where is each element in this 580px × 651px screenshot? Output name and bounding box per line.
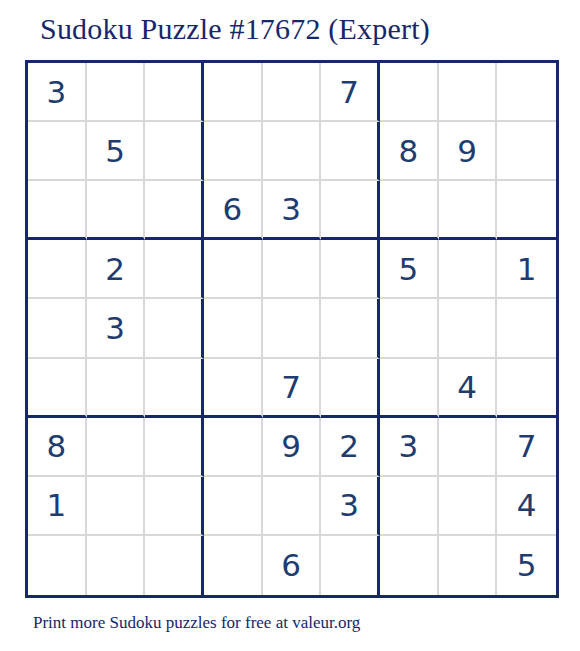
cell-r8c6[interactable]: 3 bbox=[321, 477, 380, 536]
cell-r4c5[interactable] bbox=[263, 240, 322, 299]
cell-r8c3[interactable] bbox=[145, 477, 204, 536]
cell-r1c8[interactable] bbox=[439, 63, 498, 122]
cell-r3c3[interactable] bbox=[145, 181, 204, 240]
cell-r4c2[interactable]: 2 bbox=[87, 240, 146, 299]
cell-r5c1[interactable] bbox=[28, 299, 87, 358]
cell-r1c4[interactable] bbox=[204, 63, 263, 122]
cell-r8c7[interactable] bbox=[380, 477, 439, 536]
cell-r6c5[interactable]: 7 bbox=[263, 359, 322, 418]
cell-r7c3[interactable] bbox=[145, 418, 204, 477]
cell-r5c4[interactable] bbox=[204, 299, 263, 358]
cell-r4c9[interactable]: 1 bbox=[497, 240, 556, 299]
cell-r7c5[interactable]: 9 bbox=[263, 418, 322, 477]
cell-r9c7[interactable] bbox=[380, 536, 439, 595]
cell-r6c2[interactable] bbox=[87, 359, 146, 418]
cell-r7c1[interactable]: 8 bbox=[28, 418, 87, 477]
cell-r5c8[interactable] bbox=[439, 299, 498, 358]
cell-r3c8[interactable] bbox=[439, 181, 498, 240]
cell-r3c2[interactable] bbox=[87, 181, 146, 240]
cell-r3c9[interactable] bbox=[497, 181, 556, 240]
cell-r3c1[interactable] bbox=[28, 181, 87, 240]
cell-r9c2[interactable] bbox=[87, 536, 146, 595]
cell-r4c4[interactable] bbox=[204, 240, 263, 299]
cell-r2c2[interactable]: 5 bbox=[87, 122, 146, 181]
cell-r9c5[interactable]: 6 bbox=[263, 536, 322, 595]
cell-r8c1[interactable]: 1 bbox=[28, 477, 87, 536]
cell-r5c3[interactable] bbox=[145, 299, 204, 358]
cell-r8c5[interactable] bbox=[263, 477, 322, 536]
cell-r3c4[interactable]: 6 bbox=[204, 181, 263, 240]
cell-r9c1[interactable] bbox=[28, 536, 87, 595]
cell-r2c1[interactable] bbox=[28, 122, 87, 181]
cell-r7c9[interactable]: 7 bbox=[497, 418, 556, 477]
cell-r6c7[interactable] bbox=[380, 359, 439, 418]
cell-r6c8[interactable]: 4 bbox=[439, 359, 498, 418]
cell-r3c5[interactable]: 3 bbox=[263, 181, 322, 240]
cell-r2c6[interactable] bbox=[321, 122, 380, 181]
cell-r5c6[interactable] bbox=[321, 299, 380, 358]
cell-r2c5[interactable] bbox=[263, 122, 322, 181]
cell-r4c7[interactable]: 5 bbox=[380, 240, 439, 299]
cell-r9c9[interactable]: 5 bbox=[497, 536, 556, 595]
cell-r1c9[interactable] bbox=[497, 63, 556, 122]
cell-r3c6[interactable] bbox=[321, 181, 380, 240]
cell-r1c2[interactable] bbox=[87, 63, 146, 122]
footer-text: Print more Sudoku puzzles for free at va… bbox=[33, 613, 580, 633]
cell-r8c2[interactable] bbox=[87, 477, 146, 536]
cell-r5c2[interactable]: 3 bbox=[87, 299, 146, 358]
cell-r9c3[interactable] bbox=[145, 536, 204, 595]
cell-r7c6[interactable]: 2 bbox=[321, 418, 380, 477]
cell-r1c3[interactable] bbox=[145, 63, 204, 122]
cell-r9c8[interactable] bbox=[439, 536, 498, 595]
cell-r1c6[interactable]: 7 bbox=[321, 63, 380, 122]
page-title: Sudoku Puzzle #17672 (Expert) bbox=[40, 12, 580, 46]
cell-r6c4[interactable] bbox=[204, 359, 263, 418]
cell-r5c9[interactable] bbox=[497, 299, 556, 358]
cell-r6c6[interactable] bbox=[321, 359, 380, 418]
cell-r9c6[interactable] bbox=[321, 536, 380, 595]
sudoku-board: 37589632513748923713465 bbox=[25, 60, 559, 598]
cell-r9c4[interactable] bbox=[204, 536, 263, 595]
cell-r6c1[interactable] bbox=[28, 359, 87, 418]
cell-r7c7[interactable]: 3 bbox=[380, 418, 439, 477]
cell-r5c7[interactable] bbox=[380, 299, 439, 358]
cell-r8c8[interactable] bbox=[439, 477, 498, 536]
cell-r1c1[interactable]: 3 bbox=[28, 63, 87, 122]
cell-r7c4[interactable] bbox=[204, 418, 263, 477]
cell-r1c7[interactable] bbox=[380, 63, 439, 122]
cell-r4c6[interactable] bbox=[321, 240, 380, 299]
cell-r8c4[interactable] bbox=[204, 477, 263, 536]
cell-r7c2[interactable] bbox=[87, 418, 146, 477]
cell-r6c9[interactable] bbox=[497, 359, 556, 418]
cell-r4c3[interactable] bbox=[145, 240, 204, 299]
cell-r2c4[interactable] bbox=[204, 122, 263, 181]
cell-r2c7[interactable]: 8 bbox=[380, 122, 439, 181]
cell-r6c3[interactable] bbox=[145, 359, 204, 418]
cell-r8c9[interactable]: 4 bbox=[497, 477, 556, 536]
cell-r7c8[interactable] bbox=[439, 418, 498, 477]
cell-r2c9[interactable] bbox=[497, 122, 556, 181]
cell-r2c8[interactable]: 9 bbox=[439, 122, 498, 181]
cell-r5c5[interactable] bbox=[263, 299, 322, 358]
cell-r4c1[interactable] bbox=[28, 240, 87, 299]
cell-r4c8[interactable] bbox=[439, 240, 498, 299]
cell-r2c3[interactable] bbox=[145, 122, 204, 181]
cell-r3c7[interactable] bbox=[380, 181, 439, 240]
cell-r1c5[interactable] bbox=[263, 63, 322, 122]
